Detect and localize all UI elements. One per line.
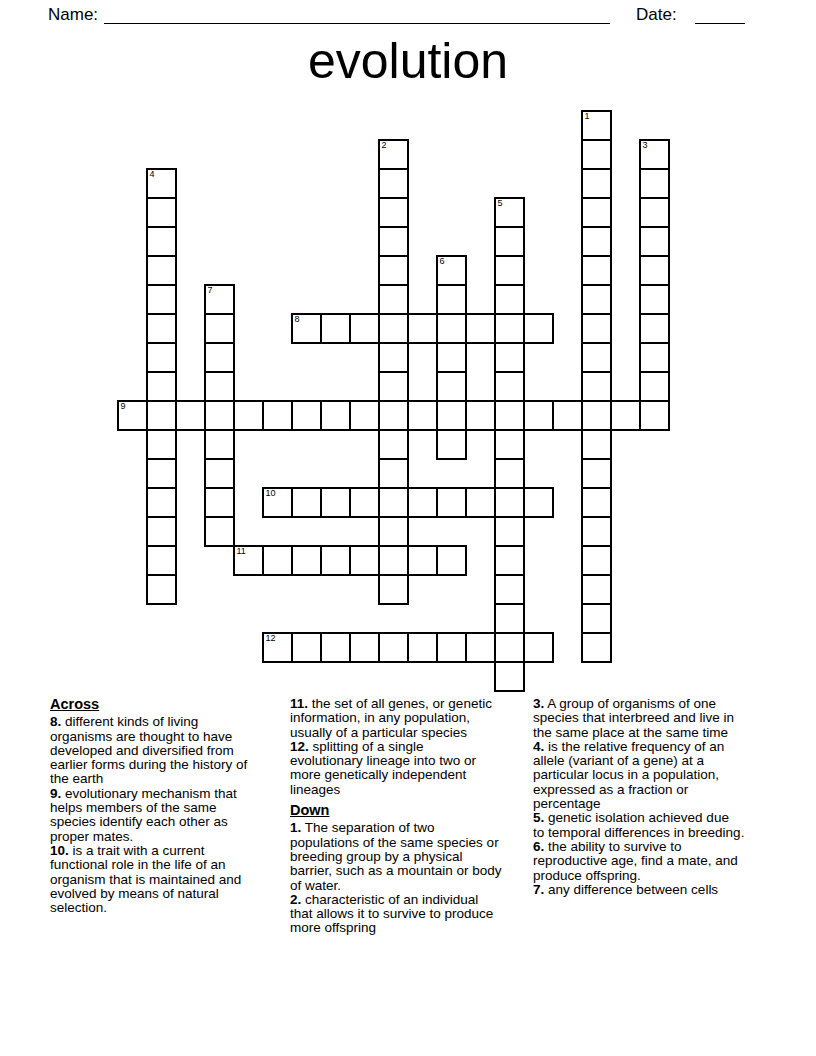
grid-cell[interactable] — [291, 632, 322, 663]
clue-item-number: 12. — [290, 739, 309, 754]
grid-cell[interactable]: 7 — [204, 284, 235, 315]
clue-item: 9. evolutionary mechanism thathelps memb… — [50, 787, 247, 844]
grid-cell[interactable]: 8 — [291, 313, 322, 344]
clue-item-number: 5. — [533, 810, 544, 825]
grid-cell[interactable] — [581, 313, 612, 344]
clue-number: 6 — [440, 257, 445, 266]
grid-cell[interactable] — [465, 313, 496, 344]
grid-cell[interactable] — [320, 545, 351, 576]
grid-cell[interactable] — [436, 545, 467, 576]
grid-cell[interactable] — [581, 139, 612, 170]
clue-item-number: 11. — [290, 696, 308, 711]
grid-cell[interactable] — [494, 661, 525, 692]
grid-cell[interactable]: 1 — [581, 110, 612, 141]
grid-cell[interactable]: 5 — [494, 197, 525, 228]
grid-cell[interactable]: 6 — [436, 255, 467, 286]
grid-cell[interactable] — [407, 313, 438, 344]
clue-item-number: 3. — [533, 696, 544, 711]
clue-number: 10 — [266, 489, 276, 498]
clue-item-number: 6. — [533, 839, 544, 854]
grid-cell[interactable] — [378, 226, 409, 257]
grid-cell[interactable] — [639, 226, 670, 257]
grid-cell[interactable] — [436, 429, 467, 460]
grid-cell[interactable] — [262, 400, 293, 431]
grid-cell[interactable] — [378, 197, 409, 228]
grid-cell[interactable] — [320, 313, 351, 344]
clue-item: 3. A group of organisms of onespecies th… — [533, 697, 744, 740]
name-blank[interactable] — [104, 3, 610, 24]
grid-cell[interactable] — [407, 632, 438, 663]
grid-cell[interactable] — [494, 545, 525, 576]
grid-cell[interactable] — [204, 429, 235, 460]
grid-cell[interactable] — [639, 342, 670, 373]
grid-cell[interactable] — [639, 284, 670, 315]
worksheet-page: Name: Date: evolution 123456789101112 Ac… — [0, 0, 816, 1056]
grid-cell[interactable] — [436, 632, 467, 663]
clue-number: 9 — [121, 402, 126, 411]
grid-cell[interactable] — [204, 458, 235, 489]
clue-item: 12. splitting of a singleevolutionary li… — [290, 740, 502, 797]
grid-cell[interactable] — [146, 313, 177, 344]
grid-cell[interactable] — [494, 487, 525, 518]
grid-cell[interactable] — [204, 400, 235, 431]
grid-cell[interactable] — [581, 429, 612, 460]
grid-cell[interactable] — [581, 574, 612, 605]
grid-cell[interactable] — [581, 400, 612, 431]
grid-cell[interactable] — [146, 574, 177, 605]
clue-item: 5. genetic isolation achieved dueto temp… — [533, 811, 744, 840]
grid-cell[interactable] — [146, 371, 177, 402]
clue-item: 6. the ability to survive toreproductive… — [533, 840, 744, 883]
grid-cell[interactable] — [349, 400, 380, 431]
grid-cell[interactable] — [320, 632, 351, 663]
clue-item-number: 7. — [533, 882, 544, 897]
grid-cell[interactable] — [378, 574, 409, 605]
grid-cell[interactable] — [378, 516, 409, 547]
clue-item: 7. any difference between cells — [533, 883, 744, 897]
clue-number: 3 — [643, 141, 648, 150]
clue-item-number: 1. — [290, 820, 301, 835]
clue-number: 12 — [266, 634, 276, 643]
clue-item-number: 8. — [50, 714, 61, 729]
clue-number: 1 — [585, 112, 590, 121]
grid-cell[interactable] — [523, 400, 554, 431]
grid-cell[interactable] — [378, 168, 409, 199]
clue-number: 4 — [150, 170, 155, 179]
clue-number: 11 — [237, 547, 246, 556]
grid-cell[interactable] — [465, 487, 496, 518]
grid-cell[interactable]: 12 — [262, 632, 293, 663]
grid-cell[interactable] — [465, 400, 496, 431]
grid-cell[interactable] — [378, 545, 409, 576]
clue-number: 5 — [498, 199, 503, 208]
grid-cell[interactable] — [349, 313, 380, 344]
grid-cell[interactable]: 4 — [146, 168, 177, 199]
grid-cell[interactable] — [436, 371, 467, 402]
grid-cell[interactable] — [146, 342, 177, 373]
clues-column-1: Across8. different kinds of livingorgani… — [50, 697, 247, 915]
clue-item: 2. characteristic of an individualthat a… — [290, 893, 502, 936]
grid-cell[interactable] — [320, 400, 351, 431]
grid-cell[interactable] — [378, 429, 409, 460]
grid-cell[interactable] — [436, 400, 467, 431]
grid-cell[interactable] — [494, 400, 525, 431]
clue-item: 1. The separation of twopopulations of t… — [290, 821, 502, 892]
grid-cell[interactable] — [494, 603, 525, 634]
grid-cell[interactable] — [494, 371, 525, 402]
grid-cell[interactable] — [494, 632, 525, 663]
grid-cell[interactable] — [436, 487, 467, 518]
clue-item-number: 2. — [290, 892, 301, 907]
grid-cell[interactable] — [291, 545, 322, 576]
clue-number: 2 — [382, 141, 387, 150]
clue-item: 11. the set of all genes, or geneticinfo… — [290, 697, 502, 740]
grid-cell[interactable] — [639, 313, 670, 344]
grid-cell[interactable] — [146, 545, 177, 576]
grid-cell[interactable] — [175, 400, 206, 431]
grid-cell[interactable] — [146, 226, 177, 257]
grid-cell[interactable] — [523, 313, 554, 344]
grid-cell[interactable] — [291, 487, 322, 518]
grid-cell[interactable] — [494, 226, 525, 257]
grid-cell[interactable] — [494, 574, 525, 605]
grid-cell[interactable] — [639, 371, 670, 402]
grid-cell[interactable] — [146, 458, 177, 489]
grid-cell[interactable] — [581, 545, 612, 576]
grid-cell[interactable] — [146, 284, 177, 315]
clues-column-2: 11. the set of all genes, or geneticinfo… — [290, 697, 502, 936]
grid-cell[interactable] — [436, 342, 467, 373]
grid-cell[interactable]: 10 — [262, 487, 293, 518]
grid-cell[interactable] — [320, 487, 351, 518]
grid-cell[interactable] — [581, 226, 612, 257]
grid-cell[interactable] — [494, 313, 525, 344]
name-label: Name: — [48, 6, 98, 23]
grid-cell[interactable] — [204, 516, 235, 547]
grid-cell[interactable] — [378, 458, 409, 489]
grid-cell[interactable] — [378, 255, 409, 286]
across-heading: Across — [50, 697, 247, 711]
grid-cell[interactable] — [204, 313, 235, 344]
grid-cell[interactable] — [581, 603, 612, 634]
grid-cell[interactable] — [349, 487, 380, 518]
grid-cell[interactable] — [204, 342, 235, 373]
grid-cell[interactable] — [581, 168, 612, 199]
grid-cell[interactable] — [262, 545, 293, 576]
grid-cell[interactable] — [494, 284, 525, 315]
clue-item-number: 9. — [50, 786, 61, 801]
clue-item: 10. is a trait with a currentfunctional … — [50, 844, 247, 915]
grid-cell[interactable] — [581, 487, 612, 518]
grid-cell[interactable] — [378, 371, 409, 402]
grid-cell[interactable] — [378, 487, 409, 518]
grid-cell[interactable] — [610, 400, 641, 431]
grid-cell[interactable] — [639, 197, 670, 228]
grid-cell[interactable] — [146, 429, 177, 460]
grid-cell[interactable] — [523, 487, 554, 518]
grid-cell[interactable] — [581, 632, 612, 663]
grid-cell[interactable] — [494, 516, 525, 547]
grid-cell[interactable] — [146, 197, 177, 228]
grid-cell[interactable] — [204, 487, 235, 518]
date-blank[interactable] — [695, 3, 745, 24]
grid-cell[interactable] — [581, 255, 612, 286]
grid-cell[interactable] — [378, 400, 409, 431]
grid-cell[interactable] — [639, 400, 670, 431]
grid-cell[interactable] — [494, 458, 525, 489]
grid-cell[interactable] — [146, 255, 177, 286]
grid-cell[interactable] — [378, 632, 409, 663]
grid-cell[interactable] — [407, 487, 438, 518]
grid-cell[interactable] — [523, 632, 554, 663]
clue-item: 8. different kinds of livingorganisms ar… — [50, 715, 247, 786]
grid-cell[interactable] — [378, 284, 409, 315]
clues-column-3: 3. A group of organisms of onespecies th… — [533, 697, 744, 897]
clue-item: 4. is the relative frequency of anallele… — [533, 740, 744, 811]
puzzle-title: evolution — [0, 36, 816, 86]
grid-cell[interactable]: 11 — [233, 545, 264, 576]
clue-item-number: 10. — [50, 843, 69, 858]
grid-cell[interactable] — [349, 632, 380, 663]
grid-cell[interactable] — [581, 197, 612, 228]
grid-cell[interactable]: 2 — [378, 139, 409, 170]
grid-cell[interactable] — [291, 400, 322, 431]
grid-cell[interactable] — [639, 255, 670, 286]
grid-cell[interactable] — [233, 400, 264, 431]
grid-cell[interactable] — [581, 284, 612, 315]
grid-cell[interactable] — [378, 342, 409, 373]
grid-cell[interactable] — [146, 516, 177, 547]
grid-cell[interactable] — [581, 458, 612, 489]
down-heading: Down — [290, 803, 502, 817]
grid-cell[interactable] — [465, 632, 496, 663]
grid-cell[interactable] — [436, 313, 467, 344]
grid-cell[interactable] — [552, 400, 583, 431]
grid-cell[interactable] — [581, 342, 612, 373]
clue-number: 8 — [295, 315, 300, 324]
grid-cell[interactable] — [494, 429, 525, 460]
grid-cell[interactable] — [581, 371, 612, 402]
grid-cell[interactable] — [146, 400, 177, 431]
grid-cell[interactable] — [407, 545, 438, 576]
grid-cell[interactable] — [494, 342, 525, 373]
grid-cell[interactable] — [407, 400, 438, 431]
grid-cell[interactable]: 9 — [117, 400, 148, 431]
clue-number: 7 — [208, 286, 213, 295]
grid-cell[interactable] — [204, 371, 235, 402]
grid-cell[interactable]: 3 — [639, 139, 670, 170]
date-label: Date: — [636, 6, 677, 23]
grid-cell[interactable] — [349, 545, 380, 576]
grid-cell[interactable] — [146, 487, 177, 518]
grid-cell[interactable] — [494, 255, 525, 286]
grid-cell[interactable] — [378, 313, 409, 344]
grid-cell[interactable] — [639, 168, 670, 199]
clue-item-number: 4. — [533, 739, 544, 754]
grid-cell[interactable] — [581, 516, 612, 547]
grid-cell[interactable] — [436, 284, 467, 315]
